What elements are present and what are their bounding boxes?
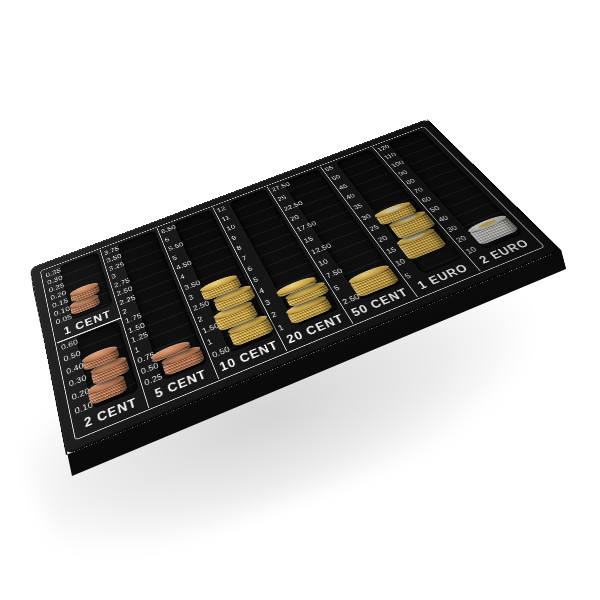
tray-columns-container: 0.350.300.250.200.150.100.051 CENT0.600.… (30, 119, 427, 268)
scene: 0.350.300.250.200.150.100.051 CENT0.600.… (0, 0, 600, 600)
